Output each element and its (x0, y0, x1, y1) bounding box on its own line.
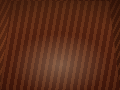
chess-board (0, 0, 120, 90)
chess-game-scene (0, 0, 120, 90)
